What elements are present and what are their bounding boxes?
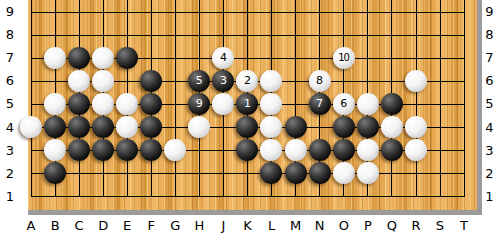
stone-O2[interactable] [333, 162, 355, 184]
row-label-right-3: 3 [480, 143, 499, 159]
stone-N2[interactable] [309, 162, 331, 184]
col-label-Q: Q [382, 218, 402, 234]
go-board[interactable]: 41053289176 [28, 0, 477, 210]
stone-M4[interactable] [285, 116, 307, 138]
stones-layer: 41053289176 [19, 0, 476, 208]
stone-R3[interactable] [405, 139, 427, 161]
stone-L3[interactable] [260, 139, 282, 161]
stone-M2[interactable] [285, 162, 307, 184]
row-label-left-4: 4 [0, 120, 20, 136]
row-label-right-8: 8 [480, 27, 499, 43]
row-label-left-5: 5 [0, 96, 20, 112]
col-label-H: H [189, 218, 209, 234]
stone-L2[interactable] [260, 162, 282, 184]
stone-K6-move-2[interactable]: 2 [236, 70, 258, 92]
stone-D4[interactable] [92, 116, 114, 138]
stone-O4[interactable] [333, 116, 355, 138]
stone-N3[interactable] [309, 139, 331, 161]
stone-J7-move-4[interactable]: 4 [212, 47, 234, 69]
stone-C6[interactable] [68, 70, 90, 92]
col-label-K: K [238, 218, 258, 234]
row-label-left-3: 3 [0, 143, 20, 159]
stone-K3[interactable] [236, 139, 258, 161]
col-label-B: B [45, 218, 65, 234]
stone-Q3[interactable] [381, 139, 403, 161]
stone-P2[interactable] [357, 162, 379, 184]
stone-C7[interactable] [68, 47, 90, 69]
stone-P3[interactable] [357, 139, 379, 161]
stone-Q5[interactable] [381, 93, 403, 115]
stone-B7[interactable] [44, 47, 66, 69]
stone-H4[interactable] [188, 116, 210, 138]
col-label-S: S [430, 218, 450, 234]
row-label-right-9: 9 [480, 4, 499, 20]
row-label-right-6: 6 [480, 73, 499, 89]
row-label-left-2: 2 [0, 166, 20, 182]
stone-F5[interactable] [140, 93, 162, 115]
stone-D5[interactable] [92, 93, 114, 115]
stone-D6[interactable] [92, 70, 114, 92]
stone-F4[interactable] [140, 116, 162, 138]
stone-D3[interactable] [92, 139, 114, 161]
stone-E7[interactable] [116, 47, 138, 69]
row-label-left-9: 9 [0, 4, 20, 20]
stone-B4[interactable] [44, 116, 66, 138]
stone-C3[interactable] [68, 139, 90, 161]
stone-B3[interactable] [44, 139, 66, 161]
stone-G3[interactable] [164, 139, 186, 161]
col-label-A: A [21, 218, 41, 234]
stone-P4[interactable] [357, 116, 379, 138]
col-label-L: L [262, 218, 282, 234]
board-shadow-bottom [28, 210, 482, 215]
go-diagram-screen: 41053289176 998877665544332211ABCDEFGHJK… [0, 0, 500, 236]
row-label-right-4: 4 [480, 120, 499, 136]
stone-O7-move-10[interactable]: 10 [333, 47, 355, 69]
stone-E4[interactable] [116, 116, 138, 138]
stone-A4[interactable] [20, 116, 42, 138]
row-label-left-7: 7 [0, 50, 20, 66]
stone-K4[interactable] [236, 116, 258, 138]
col-label-F: F [141, 218, 161, 234]
stone-J6-move-3[interactable]: 3 [212, 70, 234, 92]
stone-H6-move-5[interactable]: 5 [188, 70, 210, 92]
stone-F6[interactable] [140, 70, 162, 92]
stone-F3[interactable] [140, 139, 162, 161]
stone-J5[interactable] [212, 93, 234, 115]
col-label-C: C [69, 218, 89, 234]
col-label-O: O [334, 218, 354, 234]
col-label-N: N [310, 218, 330, 234]
row-label-right-2: 2 [480, 166, 499, 182]
stone-D7[interactable] [92, 47, 114, 69]
stone-B2[interactable] [44, 162, 66, 184]
row-label-left-6: 6 [0, 73, 20, 89]
stone-C4[interactable] [68, 116, 90, 138]
row-label-right-1: 1 [480, 189, 499, 205]
row-label-right-5: 5 [480, 96, 499, 112]
stone-O5-move-6[interactable]: 6 [333, 93, 355, 115]
col-label-G: G [165, 218, 185, 234]
stone-R4[interactable] [405, 116, 427, 138]
stone-E5[interactable] [116, 93, 138, 115]
stone-Q4[interactable] [381, 116, 403, 138]
stone-L6[interactable] [260, 70, 282, 92]
stone-K5-move-1[interactable]: 1 [236, 93, 258, 115]
stone-O3[interactable] [333, 139, 355, 161]
stone-E3[interactable] [116, 139, 138, 161]
stone-R6[interactable] [405, 70, 427, 92]
col-label-D: D [93, 218, 113, 234]
stone-B5[interactable] [44, 93, 66, 115]
col-label-R: R [406, 218, 426, 234]
stone-M3[interactable] [285, 139, 307, 161]
stone-N5-move-7[interactable]: 7 [309, 93, 331, 115]
col-label-T: T [454, 218, 474, 234]
col-label-P: P [358, 218, 378, 234]
stone-P5[interactable] [357, 93, 379, 115]
col-label-E: E [117, 218, 137, 234]
stone-N6-move-8[interactable]: 8 [309, 70, 331, 92]
stone-L5[interactable] [260, 93, 282, 115]
stone-C5[interactable] [68, 93, 90, 115]
row-label-right-7: 7 [480, 50, 499, 66]
row-label-left-8: 8 [0, 27, 20, 43]
stone-H5-move-9[interactable]: 9 [188, 93, 210, 115]
stone-L4[interactable] [260, 116, 282, 138]
col-label-M: M [286, 218, 306, 234]
row-label-left-1: 1 [0, 189, 20, 205]
col-label-J: J [214, 218, 234, 234]
